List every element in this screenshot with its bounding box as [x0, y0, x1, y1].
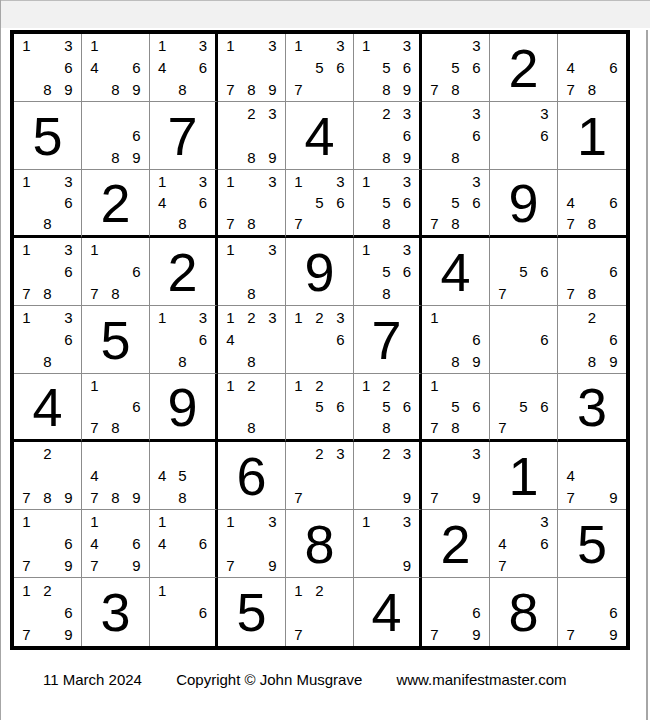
cell-r2c3[interactable]: 7: [150, 102, 218, 170]
candidate-digit: 6: [330, 396, 351, 417]
cell-r5c1[interactable]: 1368: [14, 306, 82, 374]
candidate-digit: 2: [309, 579, 330, 601]
cell-r3c3[interactable]: 13468: [150, 170, 218, 238]
candidate-digit: 6: [534, 329, 555, 351]
pencil-marks: 14689: [82, 34, 149, 101]
candidate-digit: 1: [220, 511, 241, 533]
candidate-digit: 3: [397, 35, 417, 57]
candidate-digit: 9: [397, 554, 417, 576]
candidate-digit: 6: [58, 192, 79, 213]
candidate-digit: 9: [126, 78, 147, 100]
candidate-digit: 9: [397, 146, 417, 168]
candidate-digit: 8: [241, 282, 262, 304]
candidate-digit: 6: [603, 57, 624, 79]
candidate-digit: 8: [241, 146, 262, 168]
solved-digit: 1: [577, 109, 607, 163]
cell-r1c1[interactable]: 13689: [14, 34, 82, 102]
candidate-digit: 3: [58, 307, 79, 329]
candidate-digit: 7: [220, 213, 241, 234]
candidate-digit: 6: [126, 261, 147, 283]
candidate-digit: 1: [288, 307, 309, 329]
cell-r3c4[interactable]: 1378: [218, 170, 286, 238]
cell-r5c2[interactable]: 5: [82, 306, 150, 374]
candidate-digit: 3: [397, 239, 417, 261]
pencil-marks: 4678: [558, 170, 626, 235]
candidate-digit: 8: [172, 213, 192, 234]
cell-r9c5[interactable]: 127: [286, 578, 354, 646]
cell-r8c7[interactable]: 2: [422, 510, 490, 578]
pencil-marks: 2389: [218, 102, 285, 169]
candidate-digit: 6: [58, 329, 79, 351]
cell-r8c2[interactable]: 14679: [82, 510, 150, 578]
cell-r5c9[interactable]: 2689: [558, 306, 626, 374]
cell-r4c5[interactable]: 9: [286, 238, 354, 306]
candidate-digit: 2: [376, 443, 396, 465]
cell-r4c8[interactable]: 567: [490, 238, 558, 306]
cell-r7c4[interactable]: 6: [218, 442, 286, 510]
cell-r7c8[interactable]: 1: [490, 442, 558, 510]
candidate-digit: 1: [84, 239, 105, 261]
candidate-digit: 6: [603, 329, 624, 351]
candidate-digit: 3: [193, 171, 213, 192]
candidate-digit: 6: [534, 533, 555, 555]
cell-r2c1[interactable]: 5: [14, 102, 82, 170]
candidate-digit: 1: [84, 35, 105, 57]
candidate-digit: 7: [288, 486, 309, 508]
cell-r5c5[interactable]: 1236: [286, 306, 354, 374]
cell-r8c4[interactable]: 1379: [218, 510, 286, 578]
pencil-marks: 1679: [14, 510, 81, 577]
pencil-marks: 2689: [558, 306, 626, 373]
candidate-digit: 3: [330, 307, 351, 329]
cell-r5c4[interactable]: 12348: [218, 306, 286, 374]
candidate-digit: 9: [603, 623, 624, 645]
candidate-digit: 8: [445, 417, 466, 438]
pencil-marks: 379: [422, 442, 489, 509]
cell-r4c3[interactable]: 2: [150, 238, 218, 306]
candidate-digit: 9: [262, 78, 283, 100]
candidate-digit: 8: [37, 213, 58, 234]
candidate-digit: 6: [603, 261, 624, 283]
candidate-digit: 1: [220, 375, 241, 396]
candidate-digit: 8: [241, 350, 262, 372]
candidate-digit: 9: [58, 623, 79, 645]
pencil-marks: 16: [150, 578, 215, 646]
candidate-digit: 2: [37, 579, 58, 601]
cell-r1c6[interactable]: 135689: [354, 34, 422, 102]
candidate-digit: 3: [193, 307, 213, 329]
candidate-digit: 3: [466, 171, 487, 192]
cell-r6c1[interactable]: 4: [14, 374, 82, 442]
candidate-digit: 3: [58, 239, 79, 261]
candidate-digit: 5: [172, 465, 192, 487]
candidate-digit: 8: [376, 282, 396, 304]
candidate-digit: 3: [466, 35, 487, 57]
pencil-marks: 6: [490, 306, 557, 373]
pencil-marks: 4789: [82, 442, 149, 509]
candidate-digit: 1: [356, 511, 376, 533]
candidate-digit: 6: [603, 192, 624, 213]
candidate-digit: 8: [581, 282, 602, 304]
candidate-digit: 6: [466, 192, 487, 213]
cell-r7c3[interactable]: 458: [150, 442, 218, 510]
candidate-digit: 9: [603, 350, 624, 372]
cell-r7c2[interactable]: 4789: [82, 442, 150, 510]
candidate-digit: 9: [603, 486, 624, 508]
candidate-digit: 1: [288, 35, 309, 57]
cell-r3c7[interactable]: 35678: [422, 170, 490, 238]
candidate-digit: 2: [376, 103, 396, 125]
candidate-digit: 4: [84, 57, 105, 79]
pencil-marks: 1379: [218, 510, 285, 577]
cell-r1c8[interactable]: 2: [490, 34, 558, 102]
footer: 11 March 2024 Copyright © John Musgrave …: [43, 671, 566, 688]
pencil-marks: 23689: [354, 102, 419, 169]
cell-r6c2[interactable]: 1678: [82, 374, 150, 442]
cell-r1c9[interactable]: 4678: [558, 34, 626, 102]
cell-r9c9[interactable]: 679: [558, 578, 626, 646]
cell-r4c7[interactable]: 4: [422, 238, 490, 306]
candidate-digit: 7: [220, 554, 241, 576]
pencil-marks: 35678: [422, 34, 489, 101]
candidate-digit: 2: [309, 375, 330, 396]
cell-r5c7[interactable]: 1689: [422, 306, 490, 374]
candidate-digit: 6: [193, 57, 213, 79]
pencil-marks: 689: [82, 102, 149, 169]
cell-r6c3[interactable]: 9: [150, 374, 218, 442]
cell-r3c6[interactable]: 13568: [354, 170, 422, 238]
cell-r9c7[interactable]: 679: [422, 578, 490, 646]
cell-r1c2[interactable]: 14689: [82, 34, 150, 102]
pencil-marks: 13678: [14, 238, 81, 305]
candidate-digit: 7: [424, 417, 445, 438]
pencil-marks: 567: [490, 238, 557, 305]
pencil-marks: 13689: [14, 34, 81, 101]
pencil-marks: 567: [490, 374, 557, 439]
candidate-digit: 1: [152, 307, 172, 329]
candidate-digit: 1: [152, 511, 172, 533]
candidate-digit: 9: [466, 350, 487, 372]
candidate-digit: 1: [288, 579, 309, 601]
pencil-marks: 139: [354, 510, 419, 577]
candidate-digit: 9: [58, 78, 79, 100]
solved-digit: 3: [100, 585, 130, 639]
cell-r1c7[interactable]: 35678: [422, 34, 490, 102]
cell-r7c7[interactable]: 379: [422, 442, 490, 510]
cell-r6c9[interactable]: 3: [558, 374, 626, 442]
cell-r9c1[interactable]: 12679: [14, 578, 82, 646]
pencil-marks: 3467: [490, 510, 557, 577]
candidate-digit: 5: [445, 192, 466, 213]
solved-digit: 2: [167, 245, 197, 299]
cell-r9c3[interactable]: 16: [150, 578, 218, 646]
candidate-digit: 7: [288, 78, 309, 100]
cell-r8c3[interactable]: 146: [150, 510, 218, 578]
cell-r1c5[interactable]: 13567: [286, 34, 354, 102]
candidate-digit: 8: [241, 417, 262, 438]
candidate-digit: 6: [397, 57, 417, 79]
candidate-digit: 5: [376, 261, 396, 283]
cell-r2c2[interactable]: 689: [82, 102, 150, 170]
candidate-digit: 3: [397, 103, 417, 125]
candidate-digit: 6: [126, 396, 147, 417]
candidate-digit: 3: [397, 511, 417, 533]
candidate-digit: 2: [241, 307, 262, 329]
candidate-digit: 3: [330, 443, 351, 465]
candidate-digit: 3: [58, 35, 79, 57]
candidate-digit: 1: [16, 171, 37, 192]
candidate-digit: 7: [424, 213, 445, 234]
candidate-digit: 8: [37, 282, 58, 304]
page-right-edge: [646, 30, 648, 720]
candidate-digit: 8: [37, 486, 58, 508]
candidate-digit: 5: [376, 57, 396, 79]
pencil-marks: 1378: [218, 170, 285, 235]
candidate-digit: 5: [513, 261, 534, 283]
candidate-digit: 8: [172, 78, 192, 100]
cell-r7c9[interactable]: 479: [558, 442, 626, 510]
pencil-marks: 13568: [354, 238, 419, 305]
candidate-digit: 7: [560, 213, 581, 234]
cell-r4c9[interactable]: 678: [558, 238, 626, 306]
solved-digit: 4: [371, 585, 401, 639]
candidate-digit: 8: [376, 146, 396, 168]
page-header-band: [0, 0, 650, 28]
pencil-marks: 1678: [82, 238, 149, 305]
candidate-digit: 6: [466, 396, 487, 417]
pencil-marks: 12348: [218, 306, 285, 373]
candidate-digit: 9: [466, 486, 487, 508]
cell-r9c6[interactable]: 4: [354, 578, 422, 646]
footer-copyright: Copyright © John Musgrave: [176, 671, 362, 688]
pencil-marks: 479: [558, 442, 626, 509]
candidate-digit: 6: [126, 125, 147, 147]
candidate-digit: 9: [58, 554, 79, 576]
cell-r9c4[interactable]: 5: [218, 578, 286, 646]
solved-digit: 7: [371, 313, 401, 367]
candidate-digit: 7: [492, 554, 513, 576]
pencil-marks: 128: [218, 374, 285, 439]
candidate-digit: 1: [16, 239, 37, 261]
pencil-marks: 1368: [14, 170, 81, 235]
cell-r3c1[interactable]: 1368: [14, 170, 82, 238]
candidate-digit: 3: [262, 239, 283, 261]
cell-r6c5[interactable]: 1256: [286, 374, 354, 442]
cell-r5c3[interactable]: 1368: [150, 306, 218, 374]
cell-r5c8[interactable]: 6: [490, 306, 558, 374]
cell-r3c5[interactable]: 13567: [286, 170, 354, 238]
candidate-digit: 4: [560, 465, 581, 487]
candidate-digit: 6: [330, 57, 351, 79]
cell-r3c8[interactable]: 9: [490, 170, 558, 238]
pencil-marks: 146: [150, 510, 215, 577]
cell-r4c4[interactable]: 138: [218, 238, 286, 306]
candidate-digit: 3: [262, 35, 283, 57]
candidate-digit: 1: [288, 171, 309, 192]
candidate-digit: 8: [105, 78, 126, 100]
candidate-digit: 7: [220, 78, 241, 100]
candidate-digit: 2: [376, 375, 396, 396]
candidate-digit: 1: [16, 579, 37, 601]
candidate-digit: 5: [309, 192, 330, 213]
pencil-marks: 1368: [150, 306, 215, 373]
candidate-digit: 1: [16, 307, 37, 329]
pencil-marks: 13568: [354, 170, 419, 235]
candidate-digit: 6: [58, 601, 79, 623]
pencil-marks: 12568: [354, 374, 419, 439]
candidate-digit: 7: [560, 282, 581, 304]
candidate-digit: 6: [603, 601, 624, 623]
candidate-digit: 7: [288, 623, 309, 645]
cell-r3c2[interactable]: 2: [82, 170, 150, 238]
candidate-digit: 5: [376, 192, 396, 213]
cell-r7c1[interactable]: 2789: [14, 442, 82, 510]
cell-r7c6[interactable]: 239: [354, 442, 422, 510]
solved-digit: 2: [440, 517, 470, 571]
candidate-digit: 8: [241, 213, 262, 234]
footer-website[interactable]: www.manifestmaster.com: [396, 671, 566, 688]
candidate-digit: 4: [152, 57, 172, 79]
pencil-marks: 135689: [354, 34, 419, 101]
pencil-marks: 14679: [82, 510, 149, 577]
candidate-digit: 1: [16, 35, 37, 57]
cell-r8c1[interactable]: 1679: [14, 510, 82, 578]
candidate-digit: 6: [534, 125, 555, 147]
cell-r1c3[interactable]: 13468: [150, 34, 218, 102]
candidate-digit: 6: [466, 329, 487, 351]
candidate-digit: 4: [560, 57, 581, 79]
candidate-digit: 7: [16, 554, 37, 576]
candidate-digit: 7: [424, 623, 445, 645]
pencil-marks: 1689: [422, 306, 489, 373]
solved-digit: 4: [304, 109, 334, 163]
candidate-digit: 8: [105, 417, 126, 438]
cell-r9c2[interactable]: 3: [82, 578, 150, 646]
candidate-digit: 8: [172, 350, 192, 372]
solved-digit: 5: [32, 109, 62, 163]
candidate-digit: 9: [126, 486, 147, 508]
cell-r1c4[interactable]: 13789: [218, 34, 286, 102]
candidate-digit: 4: [84, 533, 105, 555]
cell-r6c6[interactable]: 12568: [354, 374, 422, 442]
candidate-digit: 4: [492, 533, 513, 555]
candidate-digit: 6: [330, 192, 351, 213]
cell-r4c6[interactable]: 13568: [354, 238, 422, 306]
solved-digit: 6: [236, 449, 266, 503]
candidate-digit: 1: [356, 35, 376, 57]
cell-r8c9[interactable]: 5: [558, 510, 626, 578]
cell-r6c4[interactable]: 128: [218, 374, 286, 442]
candidate-digit: 5: [309, 57, 330, 79]
candidate-digit: 8: [445, 78, 466, 100]
candidate-digit: 1: [356, 239, 376, 261]
candidate-digit: 2: [309, 307, 330, 329]
candidate-digit: 1: [152, 579, 172, 601]
candidate-digit: 2: [581, 307, 602, 329]
candidate-digit: 6: [397, 125, 417, 147]
candidate-digit: 8: [241, 78, 262, 100]
cell-r2c6[interactable]: 23689: [354, 102, 422, 170]
candidate-digit: 6: [193, 533, 213, 555]
candidate-digit: 5: [309, 396, 330, 417]
candidate-digit: 1: [356, 375, 376, 396]
cell-r4c1[interactable]: 13678: [14, 238, 82, 306]
pencil-marks: 13468: [150, 170, 215, 235]
candidate-digit: 1: [356, 171, 376, 192]
candidate-digit: 9: [126, 146, 147, 168]
candidate-digit: 6: [466, 57, 487, 79]
solved-digit: 2: [100, 176, 130, 230]
solved-digit: 9: [508, 176, 538, 230]
candidate-digit: 2: [309, 443, 330, 465]
candidate-digit: 2: [241, 375, 262, 396]
candidate-digit: 7: [16, 486, 37, 508]
candidate-digit: 6: [126, 533, 147, 555]
candidate-digit: 6: [58, 261, 79, 283]
cell-r8c8[interactable]: 3467: [490, 510, 558, 578]
candidate-digit: 9: [262, 554, 283, 576]
candidate-digit: 8: [581, 213, 602, 234]
candidate-digit: 8: [445, 146, 466, 168]
cell-r2c9[interactable]: 1: [558, 102, 626, 170]
cell-r8c5[interactable]: 8: [286, 510, 354, 578]
cell-r2c8[interactable]: 36: [490, 102, 558, 170]
candidate-digit: 7: [560, 486, 581, 508]
page-left-edge: [0, 0, 1, 720]
candidate-digit: 7: [492, 282, 513, 304]
cell-r2c5[interactable]: 4: [286, 102, 354, 170]
cell-r2c7[interactable]: 368: [422, 102, 490, 170]
candidate-digit: 8: [376, 417, 396, 438]
candidate-digit: 6: [58, 533, 79, 555]
cell-r8c6[interactable]: 139: [354, 510, 422, 578]
cell-r9c8[interactable]: 8: [490, 578, 558, 646]
cell-r3c9[interactable]: 4678: [558, 170, 626, 238]
candidate-digit: 8: [37, 78, 58, 100]
pencil-marks: 35678: [422, 170, 489, 235]
cell-r4c2[interactable]: 1678: [82, 238, 150, 306]
solved-digit: 3: [577, 380, 607, 434]
candidate-digit: 6: [397, 192, 417, 213]
candidate-digit: 9: [126, 554, 147, 576]
candidate-digit: 6: [397, 396, 417, 417]
cell-r6c7[interactable]: 15678: [422, 374, 490, 442]
candidate-digit: 7: [16, 282, 37, 304]
cell-r5c6[interactable]: 7: [354, 306, 422, 374]
pencil-marks: 2789: [14, 442, 81, 509]
pencil-marks: 678: [558, 238, 626, 305]
candidate-digit: 3: [193, 35, 213, 57]
candidate-digit: 8: [172, 486, 192, 508]
cell-r6c8[interactable]: 567: [490, 374, 558, 442]
pencil-marks: 138: [218, 238, 285, 305]
cell-r7c5[interactable]: 237: [286, 442, 354, 510]
pencil-marks: 15678: [422, 374, 489, 439]
candidate-digit: 5: [445, 396, 466, 417]
candidate-digit: 1: [84, 511, 105, 533]
pencil-marks: 36: [490, 102, 557, 169]
candidate-digit: 1: [220, 307, 241, 329]
candidate-digit: 8: [376, 78, 396, 100]
candidate-digit: 6: [58, 57, 79, 79]
candidate-digit: 1: [16, 511, 37, 533]
pencil-marks: 679: [558, 578, 626, 646]
candidate-digit: 3: [58, 171, 79, 192]
candidate-digit: 6: [397, 261, 417, 283]
candidate-digit: 6: [193, 601, 213, 623]
candidate-digit: 7: [424, 486, 445, 508]
cell-r2c4[interactable]: 2389: [218, 102, 286, 170]
